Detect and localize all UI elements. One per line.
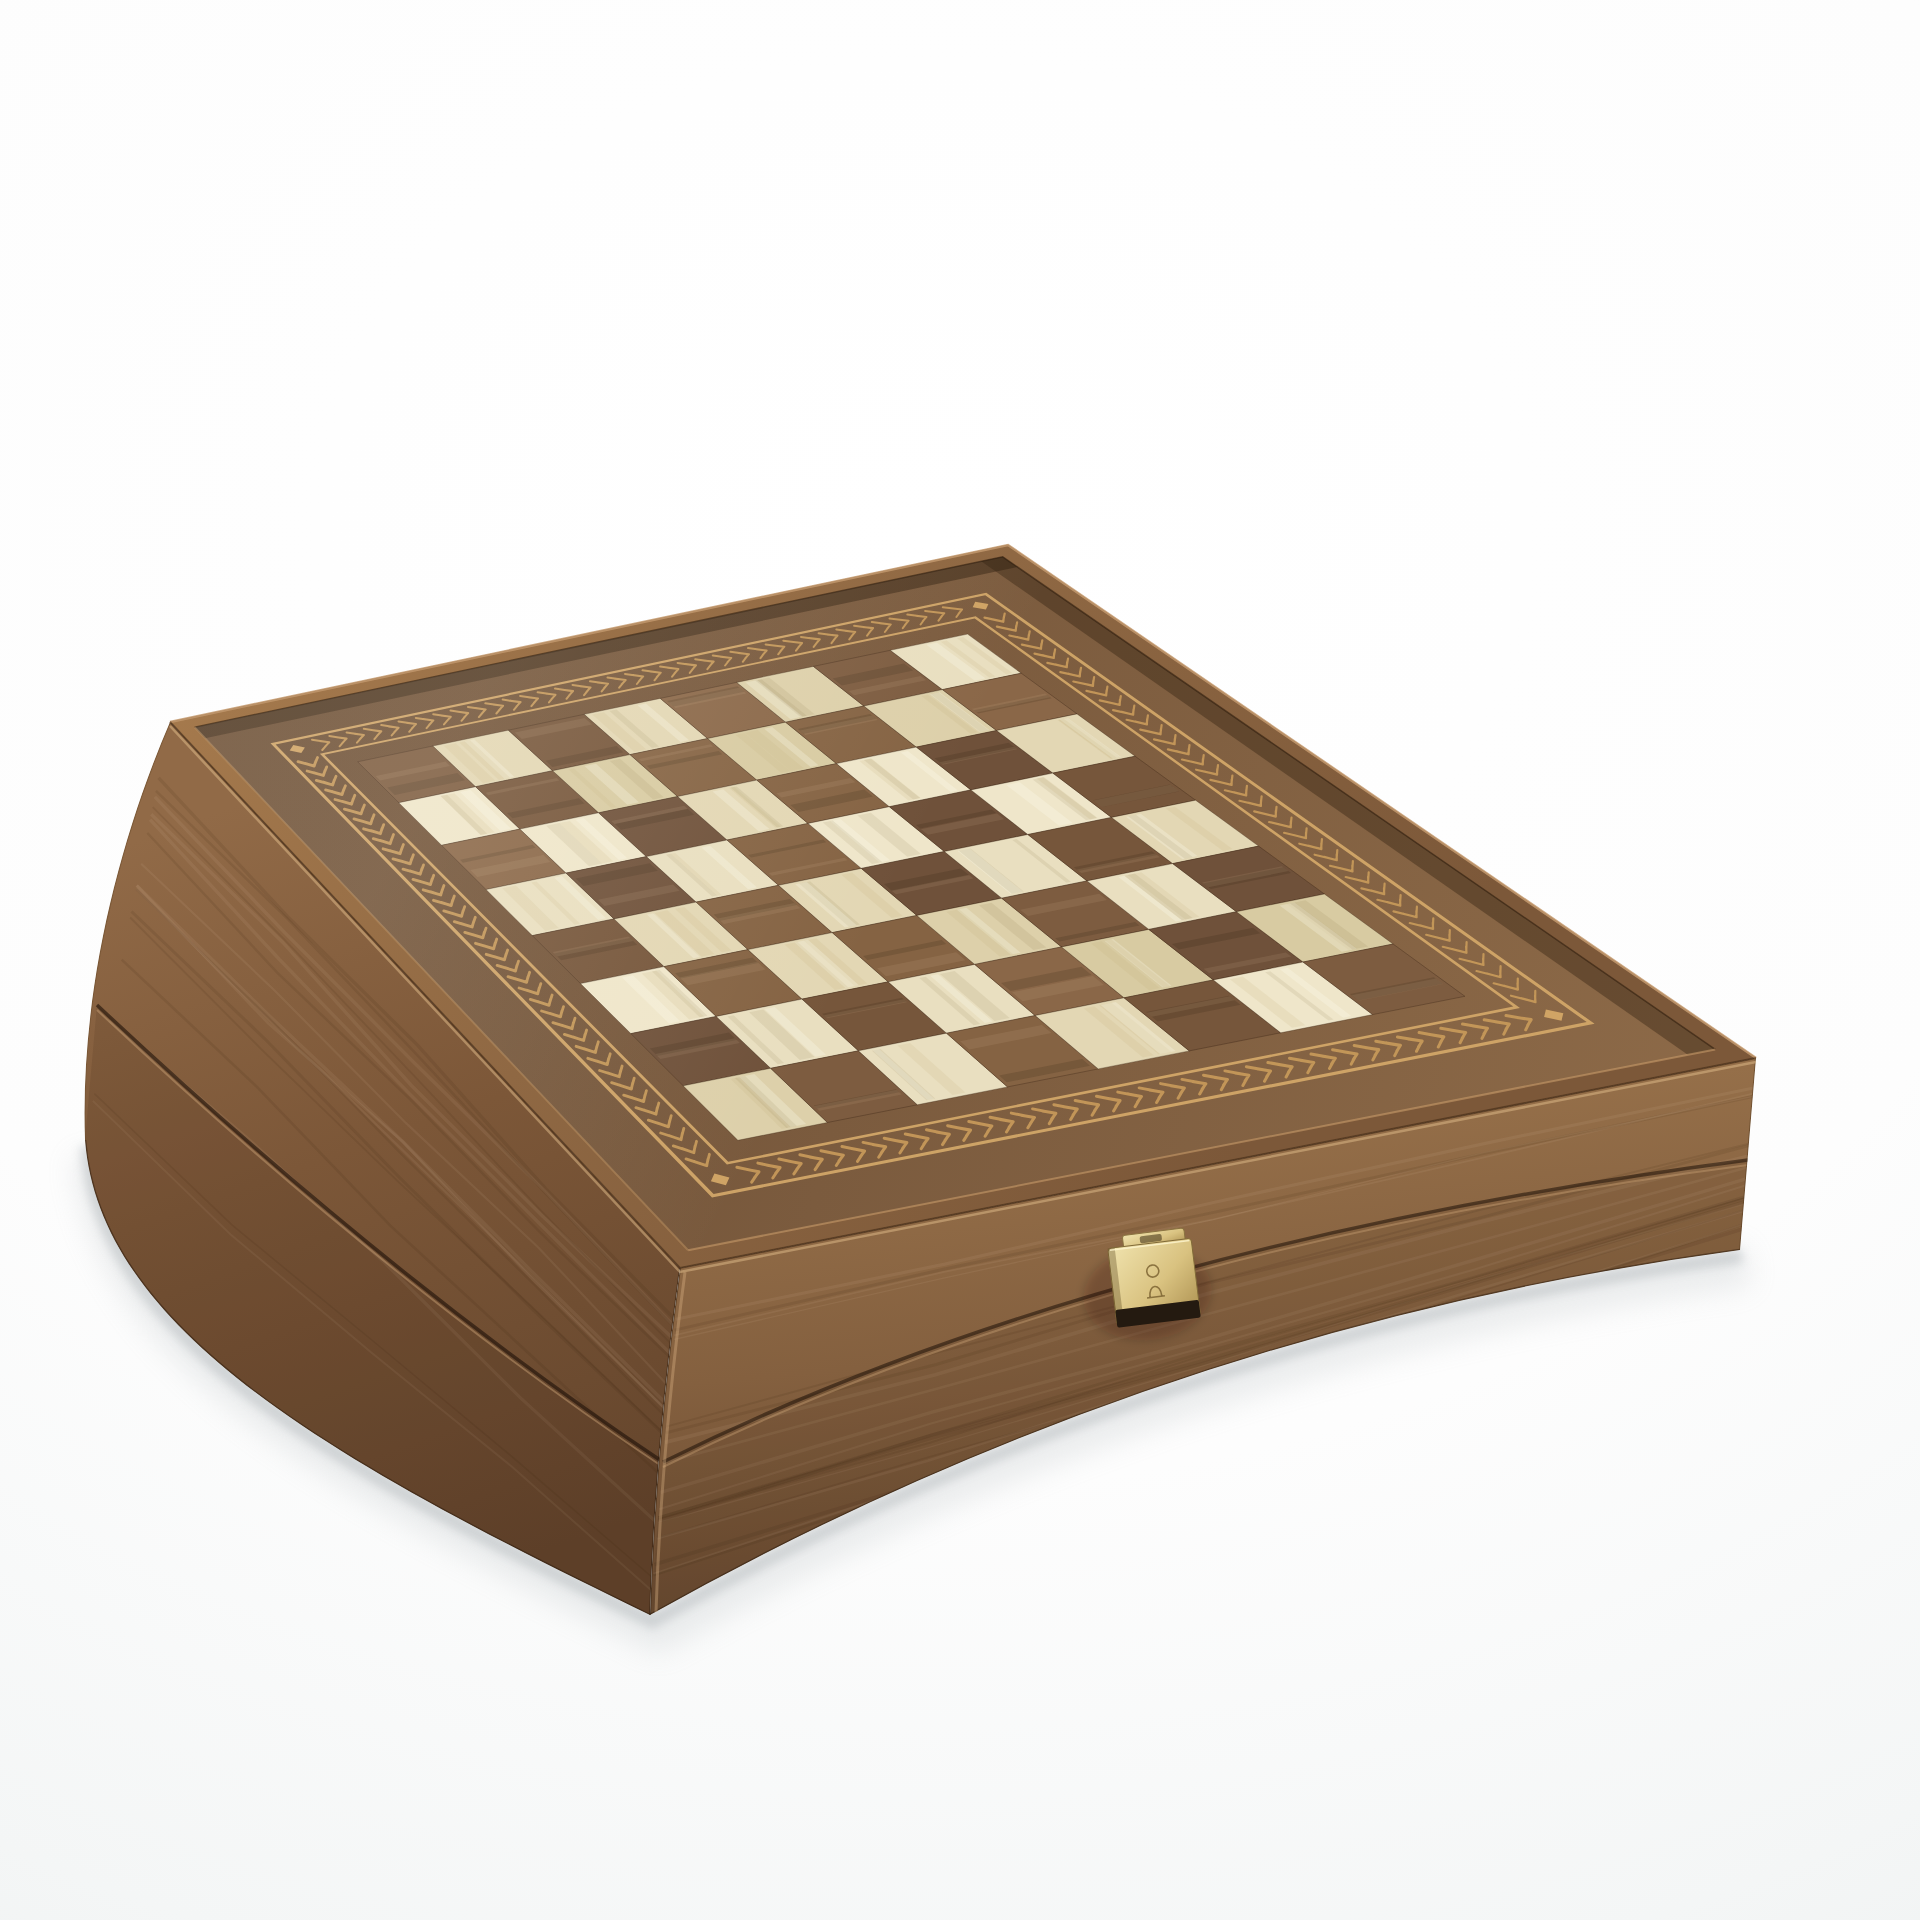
wooden-chess-case — [0, 0, 1920, 1920]
product-photo-scene — [0, 0, 1920, 1920]
